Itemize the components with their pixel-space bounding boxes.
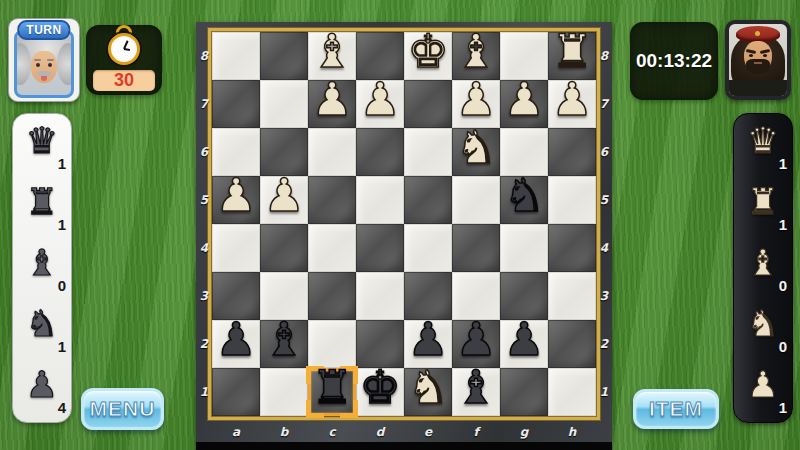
captured-black-bishop-slot: ♝0 <box>13 236 71 297</box>
avatar-jacket <box>729 80 787 96</box>
piece-white-knight-e1[interactable]: ♞ <box>404 354 452 410</box>
captured-black-queen-count: 1 <box>58 155 66 172</box>
rank-label-right-4: 4 <box>596 240 612 256</box>
alarm-clock-icon <box>108 33 140 65</box>
piece-white-knight-f6[interactable]: ♞ <box>452 114 500 170</box>
avatar-face <box>31 51 57 83</box>
captured-white-knight-slot: ♞0 <box>734 297 792 358</box>
file-label-a: a <box>212 424 260 440</box>
avatar-brow <box>34 59 41 61</box>
rank-label-left-5: 5 <box>196 192 212 208</box>
clock-hour-hand <box>124 48 130 51</box>
rank-label-left-6: 6 <box>196 144 212 160</box>
item-button[interactable]: ITEM <box>633 389 719 429</box>
rank-label-right-8: 8 <box>596 48 612 64</box>
menu-button[interactable]: MENU <box>81 388 164 430</box>
captured-white-bishop-count: 0 <box>779 277 787 294</box>
captured-black-rook-count: 1 <box>58 216 66 233</box>
captured-white-pawn-count: 1 <box>779 399 787 416</box>
rank-label-right-1: 1 <box>596 384 612 400</box>
piece-black-knight-g5[interactable]: ♞ <box>500 162 548 218</box>
piece-white-pawn-h7[interactable]: ♟ <box>548 66 596 122</box>
opponent-avatar[interactable] <box>725 20 791 100</box>
avatar-beret-star <box>755 31 760 36</box>
rank-label-left-1: 1 <box>196 384 212 400</box>
piece-white-pawn-b5[interactable]: ♟ <box>260 162 308 218</box>
rank-label-left-7: 7 <box>196 96 212 112</box>
player-card: TURN <box>8 18 80 102</box>
move-timer-panel: 30 <box>86 25 162 95</box>
captured-white-tray: ♛1♜1♝0♞0♟1 <box>733 113 793 423</box>
rank-label-left-4: 4 <box>196 240 212 256</box>
piece-white-king-e8[interactable]: ♚ <box>404 18 452 74</box>
captured-black-queen-slot: ♛1 <box>13 114 71 175</box>
game-background: TURN 30 ♛1♜1♝0♞1♟4 MENU 8877665544332211… <box>0 0 800 450</box>
piece-white-pawn-a5[interactable]: ♟ <box>212 162 260 218</box>
file-label-g: g <box>500 424 548 440</box>
piece-layer: ♝♚♝♜♟♟♟♟♟♞♟♟♞♟♝♟♟♟♜♚♞♝ <box>212 32 596 416</box>
rank-label-right-3: 3 <box>596 288 612 304</box>
captured-white-knight-count: 0 <box>779 338 787 355</box>
piece-black-king-d1[interactable]: ♚ <box>356 354 404 410</box>
rank-label-left-2: 2 <box>196 336 212 352</box>
avatar-hair <box>57 43 74 85</box>
file-label-e: e <box>404 424 452 440</box>
piece-black-pawn-g2[interactable]: ♟ <box>500 306 548 362</box>
chess-board: 8877665544332211abcdefgh ♝♚♝♜♟♟♟♟♟♞♟♟♞♟♝… <box>196 22 612 450</box>
file-label-b: b <box>260 424 308 440</box>
rank-label-right-6: 6 <box>596 144 612 160</box>
avatar-face <box>744 41 772 73</box>
piece-black-bishop-b2[interactable]: ♝ <box>260 306 308 362</box>
piece-white-pawn-c7[interactable]: ♟ <box>308 66 356 122</box>
captured-black-tray: ♛1♜1♝0♞1♟4 <box>12 113 72 423</box>
captured-white-bishop-slot: ♝0 <box>734 236 792 297</box>
captured-black-rook-slot: ♜1 <box>13 175 71 236</box>
avatar-eye <box>36 63 40 67</box>
rank-label-right-2: 2 <box>596 336 612 352</box>
piece-black-pawn-a2[interactable]: ♟ <box>212 306 260 362</box>
board-frame-shadow <box>196 442 612 450</box>
rank-label-right-5: 5 <box>596 192 612 208</box>
avatar-eye <box>48 63 52 67</box>
avatar-mouth <box>754 62 762 64</box>
captured-white-rook-count: 1 <box>779 216 787 233</box>
captured-black-pawn-slot: ♟4 <box>13 358 71 419</box>
captured-white-rook-slot: ♜1 <box>734 175 792 236</box>
game-clock: 00:13:22 <box>630 22 718 100</box>
turn-badge: TURN <box>17 20 70 40</box>
captured-white-queen-slot: ♛1 <box>734 114 792 175</box>
avatar-tongue <box>41 76 47 81</box>
avatar-eye <box>749 54 753 57</box>
captured-white-queen-count: 1 <box>779 155 787 172</box>
avatar-brow <box>47 59 54 61</box>
captured-black-pawn-count: 4 <box>58 399 66 416</box>
rank-label-right-7: 7 <box>596 96 612 112</box>
piece-white-pawn-d7[interactable]: ♟ <box>356 66 404 122</box>
captured-black-knight-count: 1 <box>58 338 66 355</box>
game-clock-panel: 00:13:22 <box>630 22 718 100</box>
captured-white-pawn-slot: ♟1 <box>734 358 792 419</box>
piece-white-pawn-g7[interactable]: ♟ <box>500 66 548 122</box>
captured-black-bishop-count: 0 <box>58 277 66 294</box>
piece-black-rook-c1[interactable]: ♜ <box>308 354 356 410</box>
captured-black-knight-slot: ♞1 <box>13 297 71 358</box>
rank-label-left-8: 8 <box>196 48 212 64</box>
move-timer-value: 30 <box>93 70 155 91</box>
player-avatar[interactable] <box>14 30 74 98</box>
rank-label-left-3: 3 <box>196 288 212 304</box>
file-label-c: c <box>308 424 356 440</box>
file-label-d: d <box>356 424 404 440</box>
file-label-h: h <box>548 424 596 440</box>
avatar-eye <box>763 54 767 57</box>
file-label-f: f <box>452 424 500 440</box>
piece-black-bishop-f1[interactable]: ♝ <box>452 354 500 410</box>
